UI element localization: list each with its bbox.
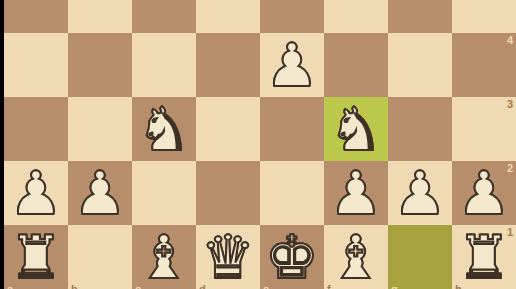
piece-white-pawn[interactable]: ♟ xyxy=(68,161,132,225)
square-f5[interactable] xyxy=(324,0,388,33)
square-d1[interactable]: ♛d xyxy=(196,225,260,289)
piece-white-queen[interactable]: ♛ xyxy=(196,225,260,289)
piece-white-knight[interactable]: ♞ xyxy=(324,97,388,161)
square-g3[interactable] xyxy=(388,97,452,161)
square-b1[interactable]: b xyxy=(68,225,132,289)
square-a4[interactable] xyxy=(4,33,68,97)
square-a2[interactable]: ♟ xyxy=(4,161,68,225)
rank-label-3: 3 xyxy=(507,99,513,110)
square-g5[interactable] xyxy=(388,0,452,33)
chess-board: 8765♟4♞♞3♟♟♟♟♟2♜ab♝c♛d♚e♝fg♜1h xyxy=(4,0,516,289)
piece-white-pawn[interactable]: ♟ xyxy=(324,161,388,225)
square-e4[interactable]: ♟ xyxy=(260,33,324,97)
square-b3[interactable] xyxy=(68,97,132,161)
square-d4[interactable] xyxy=(196,33,260,97)
square-f4[interactable] xyxy=(324,33,388,97)
file-label-b: b xyxy=(71,284,78,289)
square-b4[interactable] xyxy=(68,33,132,97)
square-d3[interactable] xyxy=(196,97,260,161)
square-b5[interactable] xyxy=(68,0,132,33)
square-d5[interactable] xyxy=(196,0,260,33)
piece-white-pawn[interactable]: ♟ xyxy=(452,161,516,225)
piece-white-pawn[interactable]: ♟ xyxy=(388,161,452,225)
square-c1[interactable]: ♝c xyxy=(132,225,196,289)
square-e2[interactable] xyxy=(260,161,324,225)
square-e1[interactable]: ♚e xyxy=(260,225,324,289)
square-c5[interactable] xyxy=(132,0,196,33)
square-h1[interactable]: ♜1h xyxy=(452,225,516,289)
square-g1[interactable]: g xyxy=(388,225,452,289)
square-a3[interactable] xyxy=(4,97,68,161)
square-e3[interactable] xyxy=(260,97,324,161)
square-b2[interactable]: ♟ xyxy=(68,161,132,225)
square-d2[interactable] xyxy=(196,161,260,225)
piece-white-rook[interactable]: ♜ xyxy=(452,225,516,289)
square-f1[interactable]: ♝f xyxy=(324,225,388,289)
square-h4[interactable]: 4 xyxy=(452,33,516,97)
square-f2[interactable]: ♟ xyxy=(324,161,388,225)
square-g4[interactable] xyxy=(388,33,452,97)
square-c4[interactable] xyxy=(132,33,196,97)
square-a5[interactable] xyxy=(4,0,68,33)
rank-label-4: 4 xyxy=(507,35,513,46)
piece-white-bishop[interactable]: ♝ xyxy=(324,225,388,289)
square-c3[interactable]: ♞ xyxy=(132,97,196,161)
square-h5[interactable]: 5 xyxy=(452,0,516,33)
square-g2[interactable]: ♟ xyxy=(388,161,452,225)
file-label-g: g xyxy=(391,284,398,289)
piece-white-bishop[interactable]: ♝ xyxy=(132,225,196,289)
square-e5[interactable] xyxy=(260,0,324,33)
square-f3[interactable]: ♞ xyxy=(324,97,388,161)
square-h2[interactable]: ♟2 xyxy=(452,161,516,225)
square-c2[interactable] xyxy=(132,161,196,225)
square-h3[interactable]: 3 xyxy=(452,97,516,161)
piece-white-knight[interactable]: ♞ xyxy=(132,97,196,161)
piece-white-pawn[interactable]: ♟ xyxy=(4,161,68,225)
piece-white-pawn[interactable]: ♟ xyxy=(260,33,324,97)
square-a1[interactable]: ♜a xyxy=(4,225,68,289)
piece-white-king[interactable]: ♚ xyxy=(260,225,324,289)
video-frame: 8765♟4♞♞3♟♟♟♟♟2♜ab♝c♛d♚e♝fg♜1h xyxy=(0,0,516,289)
piece-white-rook[interactable]: ♜ xyxy=(4,225,68,289)
